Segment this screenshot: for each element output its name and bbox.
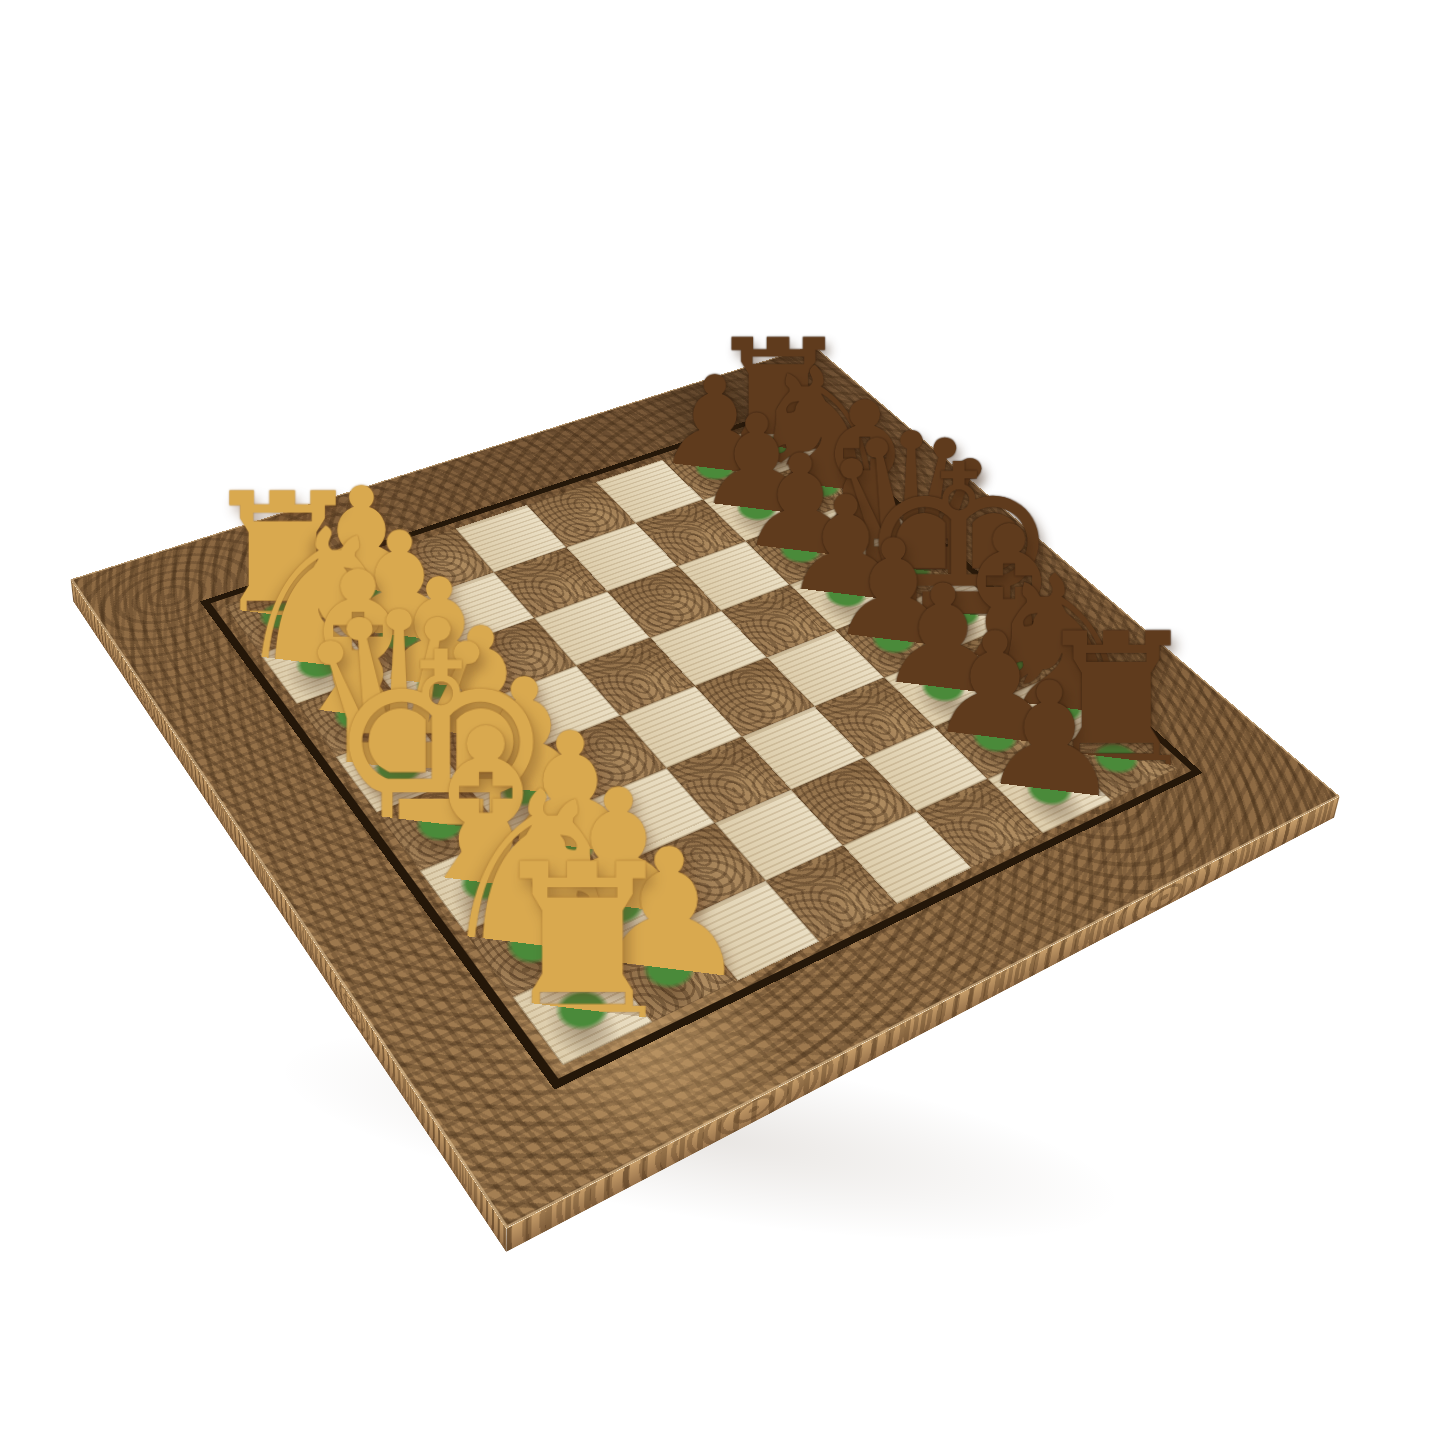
- black-pawn[interactable]: ♟: [936, 532, 1163, 790]
- white-rook-glyph: ♜: [482, 835, 682, 1059]
- product-photo-scene: ♜♞♝♛♚♝♞♜♟♟♟♟♟♟♟♟♟♟♟♟♟♟♟♟♜♞♝♛♚♝♞♜: [0, 0, 1445, 1445]
- board-inlay-frame: ♜♞♝♛♚♝♞♜♟♟♟♟♟♟♟♟♟♟♟♟♟♟♟♟♜♞♝♛♚♝♞♜: [200, 406, 1203, 1090]
- white-rook[interactable]: ♜: [453, 715, 712, 1009]
- black-pawn-glyph: ♟: [975, 661, 1123, 826]
- square-h1[interactable]: ♜: [513, 956, 653, 1065]
